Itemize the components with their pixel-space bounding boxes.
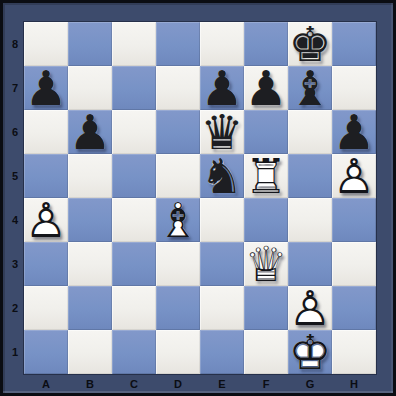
rank-label-5: 5 [6,154,24,198]
square-c1[interactable] [112,330,156,374]
square-a6[interactable] [24,110,68,154]
piece-white-queen-f3[interactable]: ♛♕ [244,242,288,286]
piece-black-pawn-b6[interactable]: ♙♟ [68,110,112,154]
file-label-b: B [68,374,112,394]
piece-black-pawn-a7[interactable]: ♙♟ [24,66,68,110]
square-e3[interactable] [200,242,244,286]
piece-white-pawn-a4[interactable]: ♟♙ [24,198,68,242]
piece-white-rook-f5[interactable]: ♜♖ [244,154,288,198]
board-frame: 87654321 ♔♚♙♟♙♟♙♟♗♝♙♟♕♛♙♟♘♞♜♖♟♙♟♙♝♗♛♕♟♙♚… [3,3,393,393]
square-c8[interactable] [112,22,156,66]
file-label-c: C [112,374,156,394]
file-label-a: A [24,374,68,394]
square-h4[interactable] [332,198,376,242]
square-f1[interactable] [244,330,288,374]
square-b2[interactable] [68,286,112,330]
rank-labels: 87654321 [6,22,24,374]
square-d2[interactable] [156,286,200,330]
rank-label-1: 1 [6,330,24,374]
square-g6[interactable] [288,110,332,154]
square-d8[interactable] [156,22,200,66]
square-c4[interactable] [112,198,156,242]
square-g4[interactable] [288,198,332,242]
square-g1[interactable]: ♚♔ [288,330,332,374]
square-f7[interactable]: ♙♟ [244,66,288,110]
square-b4[interactable] [68,198,112,242]
rank-label-7: 7 [6,66,24,110]
square-f3[interactable]: ♛♕ [244,242,288,286]
chess-diagram: 87654321 ♔♚♙♟♙♟♙♟♗♝♙♟♕♛♙♟♘♞♜♖♟♙♟♙♝♗♛♕♟♙♚… [0,0,396,396]
square-c5[interactable] [112,154,156,198]
piece-glyph-outline: ♔ [288,330,332,374]
square-b8[interactable] [68,22,112,66]
square-f2[interactable] [244,286,288,330]
square-g7[interactable]: ♗♝ [288,66,332,110]
rank-label-2: 2 [6,286,24,330]
file-label-d: D [156,374,200,394]
square-e5[interactable]: ♘♞ [200,154,244,198]
square-c6[interactable] [112,110,156,154]
file-label-g: G [288,374,332,394]
piece-glyph-outline: ♕ [244,242,288,286]
square-d4[interactable]: ♝♗ [156,198,200,242]
piece-white-pawn-h5[interactable]: ♟♙ [332,154,376,198]
square-a1[interactable] [24,330,68,374]
square-b6[interactable]: ♙♟ [68,110,112,154]
file-label-h: H [332,374,376,394]
square-f5[interactable]: ♜♖ [244,154,288,198]
square-a2[interactable] [24,286,68,330]
file-labels: ABCDEFGH [24,374,376,394]
square-c7[interactable] [112,66,156,110]
rank-label-4: 4 [6,198,24,242]
square-d3[interactable] [156,242,200,286]
piece-glyph-outline: ♗ [156,198,200,242]
file-label-e: E [200,374,244,394]
piece-white-bishop-d4[interactable]: ♝♗ [156,198,200,242]
piece-black-bishop-g7[interactable]: ♗♝ [288,66,332,110]
rank-label-3: 3 [6,242,24,286]
piece-glyph-outline: ♝ [288,66,332,110]
square-e4[interactable] [200,198,244,242]
rank-label-6: 6 [6,110,24,154]
square-b1[interactable] [68,330,112,374]
piece-glyph-outline: ♙ [24,198,68,242]
chess-board: ♔♚♙♟♙♟♙♟♗♝♙♟♕♛♙♟♘♞♜♖♟♙♟♙♝♗♛♕♟♙♚♔ [24,22,376,374]
square-h2[interactable] [332,286,376,330]
piece-glyph-outline: ♟ [244,66,288,110]
piece-glyph-outline: ♖ [244,154,288,198]
square-c3[interactable] [112,242,156,286]
piece-black-pawn-f7[interactable]: ♙♟ [244,66,288,110]
piece-black-knight-e5[interactable]: ♘♞ [200,154,244,198]
piece-glyph-outline: ♙ [332,154,376,198]
file-label-f: F [244,374,288,394]
square-h3[interactable] [332,242,376,286]
square-d6[interactable] [156,110,200,154]
square-e2[interactable] [200,286,244,330]
square-a4[interactable]: ♟♙ [24,198,68,242]
square-b3[interactable] [68,242,112,286]
square-h1[interactable] [332,330,376,374]
square-c2[interactable] [112,286,156,330]
square-a3[interactable] [24,242,68,286]
square-d7[interactable] [156,66,200,110]
rank-label-8: 8 [6,22,24,66]
piece-white-king-g1[interactable]: ♚♔ [288,330,332,374]
square-b5[interactable] [68,154,112,198]
piece-glyph-outline: ♟ [68,110,112,154]
square-h8[interactable] [332,22,376,66]
square-e1[interactable] [200,330,244,374]
square-d1[interactable] [156,330,200,374]
piece-glyph-outline: ♟ [24,66,68,110]
square-a7[interactable]: ♙♟ [24,66,68,110]
square-h5[interactable]: ♟♙ [332,154,376,198]
square-g5[interactable] [288,154,332,198]
piece-glyph-outline: ♞ [200,154,244,198]
